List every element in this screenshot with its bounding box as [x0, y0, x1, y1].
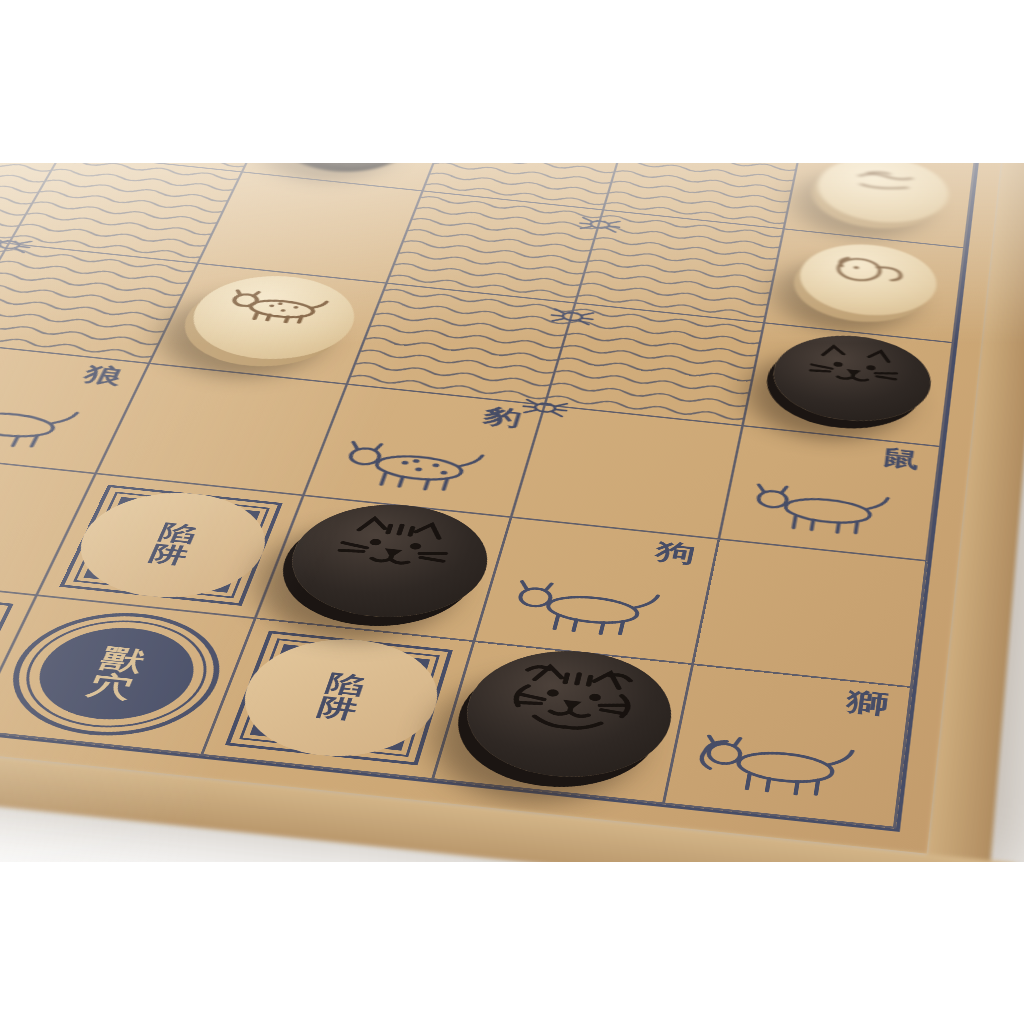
cell-g3: 鼠	[720, 427, 942, 562]
animal-character-wolf: 狼	[80, 363, 127, 387]
animal-drawing-lion	[679, 724, 873, 814]
white-margin-bottom	[0, 862, 1024, 1024]
board-photo: 獅 陷阱 獸穴 陷阱虎	[0, 163, 1024, 862]
cell-e3: 豹	[304, 385, 545, 518]
cell-g2	[694, 540, 928, 688]
piece-engraving	[203, 277, 351, 338]
animal-character-dog: 狗	[654, 540, 698, 567]
cell-f3	[512, 406, 743, 540]
animal-drawing-dog	[489, 570, 677, 652]
cell-g1: 獅	[665, 665, 913, 829]
piece-engraving	[481, 654, 664, 743]
animal-drawing-leopard	[318, 432, 501, 506]
cell-e4	[348, 284, 576, 406]
cell-f2: 狗	[475, 518, 720, 665]
piece-engraving	[304, 507, 482, 587]
piece-engraving	[828, 163, 940, 206]
animal-drawing-wolf	[0, 389, 98, 462]
white-margin-top	[0, 0, 1024, 163]
animal-character-lion: 獅	[845, 688, 890, 718]
animal-drawing-rat	[732, 474, 905, 549]
board-grid: 獅 陷阱 獸穴 陷阱虎	[0, 163, 1005, 832]
animal-character-rat: 鼠	[881, 447, 921, 472]
jungle-board: 獅 陷阱 獸穴 陷阱虎	[0, 163, 1024, 854]
